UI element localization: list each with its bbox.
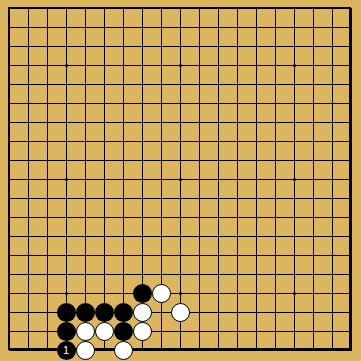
intersection-Q3[interactable] [285,303,304,322]
intersection-F12[interactable] [95,132,114,151]
intersection-D13[interactable] [57,113,76,132]
intersection-F11[interactable] [95,151,114,170]
intersection-D6[interactable] [57,246,76,265]
intersection-P13[interactable] [266,113,285,132]
intersection-R15[interactable] [304,75,323,94]
intersection-C8[interactable] [38,208,57,227]
intersection-Q14[interactable] [285,94,304,113]
intersection-E14[interactable] [76,94,95,113]
intersection-E15[interactable] [76,75,95,94]
intersection-B18[interactable] [19,18,38,37]
intersection-H8[interactable] [133,208,152,227]
intersection-G2[interactable] [114,322,133,341]
intersection-Q18[interactable] [285,18,304,37]
intersection-O16[interactable] [247,56,266,75]
intersection-R16[interactable] [304,56,323,75]
intersection-C4[interactable] [38,284,57,303]
intersection-C9[interactable] [38,189,57,208]
intersection-F9[interactable] [95,189,114,208]
intersection-L18[interactable] [190,18,209,37]
intersection-K17[interactable] [171,37,190,56]
intersection-M1[interactable] [209,341,228,360]
intersection-L16[interactable] [190,56,209,75]
intersection-B3[interactable] [19,303,38,322]
intersection-P15[interactable] [266,75,285,94]
intersection-L19[interactable] [190,0,209,18]
intersection-P17[interactable] [266,37,285,56]
intersection-O17[interactable] [247,37,266,56]
intersection-G13[interactable] [114,113,133,132]
intersection-Q4[interactable] [285,284,304,303]
intersection-S18[interactable] [323,18,342,37]
intersection-M17[interactable] [209,37,228,56]
intersection-L17[interactable] [190,37,209,56]
intersection-D2[interactable] [57,322,76,341]
intersection-H19[interactable] [133,0,152,18]
intersection-R1[interactable] [304,341,323,360]
intersection-E6[interactable] [76,246,95,265]
intersection-A19[interactable] [0,0,19,18]
intersection-F14[interactable] [95,94,114,113]
intersection-Q19[interactable] [285,0,304,18]
intersection-R5[interactable] [304,265,323,284]
intersection-M15[interactable] [209,75,228,94]
intersection-T3[interactable] [342,303,361,322]
intersection-S3[interactable] [323,303,342,322]
intersection-C15[interactable] [38,75,57,94]
intersection-S14[interactable] [323,94,342,113]
intersection-A16[interactable] [0,56,19,75]
intersection-M18[interactable] [209,18,228,37]
intersection-Q17[interactable] [285,37,304,56]
intersection-P8[interactable] [266,208,285,227]
intersection-C19[interactable] [38,0,57,18]
intersection-R2[interactable] [304,322,323,341]
intersection-N19[interactable] [228,0,247,18]
intersection-B19[interactable] [19,0,38,18]
intersection-O12[interactable] [247,132,266,151]
intersection-T1[interactable] [342,341,361,360]
intersection-L8[interactable] [190,208,209,227]
intersection-P6[interactable] [266,246,285,265]
intersection-Q1[interactable] [285,341,304,360]
intersection-P16[interactable] [266,56,285,75]
intersection-R11[interactable] [304,151,323,170]
intersection-O3[interactable] [247,303,266,322]
intersection-J14[interactable] [152,94,171,113]
intersection-R8[interactable] [304,208,323,227]
intersection-S12[interactable] [323,132,342,151]
intersection-N8[interactable] [228,208,247,227]
intersection-N10[interactable] [228,170,247,189]
intersection-N16[interactable] [228,56,247,75]
intersection-C14[interactable] [38,94,57,113]
intersection-R13[interactable] [304,113,323,132]
intersection-N11[interactable] [228,151,247,170]
intersection-L1[interactable] [190,341,209,360]
intersection-O2[interactable] [247,322,266,341]
intersection-B5[interactable] [19,265,38,284]
intersection-L4[interactable] [190,284,209,303]
intersection-F19[interactable] [95,0,114,18]
intersection-B11[interactable] [19,151,38,170]
intersection-C17[interactable] [38,37,57,56]
intersection-E19[interactable] [76,0,95,18]
intersection-N17[interactable] [228,37,247,56]
intersection-G17[interactable] [114,37,133,56]
intersection-A1[interactable] [0,341,19,360]
intersection-M9[interactable] [209,189,228,208]
intersection-B10[interactable] [19,170,38,189]
intersection-S16[interactable] [323,56,342,75]
intersection-B8[interactable] [19,208,38,227]
intersection-A3[interactable] [0,303,19,322]
intersection-E16[interactable] [76,56,95,75]
intersection-N12[interactable] [228,132,247,151]
intersection-G1[interactable] [114,341,133,360]
intersection-P1[interactable] [266,341,285,360]
intersection-G3[interactable] [114,303,133,322]
intersection-L13[interactable] [190,113,209,132]
intersection-C7[interactable] [38,227,57,246]
intersection-N4[interactable] [228,284,247,303]
intersection-O15[interactable] [247,75,266,94]
intersection-J15[interactable] [152,75,171,94]
intersection-O1[interactable] [247,341,266,360]
intersection-J6[interactable] [152,246,171,265]
intersection-E1[interactable] [76,341,95,360]
intersection-J16[interactable] [152,56,171,75]
intersection-A11[interactable] [0,151,19,170]
intersection-N14[interactable] [228,94,247,113]
intersection-M10[interactable] [209,170,228,189]
intersection-A10[interactable] [0,170,19,189]
intersection-T7[interactable] [342,227,361,246]
intersection-N1[interactable] [228,341,247,360]
intersection-M14[interactable] [209,94,228,113]
intersection-P19[interactable] [266,0,285,18]
intersection-H17[interactable] [133,37,152,56]
intersection-H15[interactable] [133,75,152,94]
intersection-B15[interactable] [19,75,38,94]
intersection-E2[interactable] [76,322,95,341]
intersection-A7[interactable] [0,227,19,246]
intersection-N15[interactable] [228,75,247,94]
intersection-G18[interactable] [114,18,133,37]
intersection-T19[interactable] [342,0,361,18]
intersection-B9[interactable] [19,189,38,208]
intersection-F8[interactable] [95,208,114,227]
intersection-G5[interactable] [114,265,133,284]
intersection-K16[interactable] [171,56,190,75]
intersection-L3[interactable] [190,303,209,322]
intersection-M8[interactable] [209,208,228,227]
intersection-B2[interactable] [19,322,38,341]
intersection-M11[interactable] [209,151,228,170]
intersection-H9[interactable] [133,189,152,208]
intersection-E3[interactable] [76,303,95,322]
intersection-Q7[interactable] [285,227,304,246]
intersection-D14[interactable] [57,94,76,113]
intersection-S8[interactable] [323,208,342,227]
intersection-R6[interactable] [304,246,323,265]
intersection-O10[interactable] [247,170,266,189]
intersection-K18[interactable] [171,18,190,37]
intersection-G15[interactable] [114,75,133,94]
intersection-O7[interactable] [247,227,266,246]
intersection-P2[interactable] [266,322,285,341]
intersection-K19[interactable] [171,0,190,18]
intersection-T10[interactable] [342,170,361,189]
intersection-C11[interactable] [38,151,57,170]
intersection-B12[interactable] [19,132,38,151]
intersection-R17[interactable] [304,37,323,56]
intersection-T8[interactable] [342,208,361,227]
intersection-H1[interactable] [133,341,152,360]
intersection-C13[interactable] [38,113,57,132]
intersection-G7[interactable] [114,227,133,246]
intersection-N7[interactable] [228,227,247,246]
intersection-O8[interactable] [247,208,266,227]
intersection-D17[interactable] [57,37,76,56]
intersection-T12[interactable] [342,132,361,151]
intersection-S17[interactable] [323,37,342,56]
intersection-K11[interactable] [171,151,190,170]
intersection-K4[interactable] [171,284,190,303]
intersection-D1[interactable]: 1 [57,341,76,360]
intersection-K1[interactable] [171,341,190,360]
intersection-E18[interactable] [76,18,95,37]
intersection-K9[interactable] [171,189,190,208]
intersection-N6[interactable] [228,246,247,265]
intersection-A2[interactable] [0,322,19,341]
intersection-E12[interactable] [76,132,95,151]
intersection-K12[interactable] [171,132,190,151]
intersection-C12[interactable] [38,132,57,151]
intersection-Q16[interactable] [285,56,304,75]
intersection-M16[interactable] [209,56,228,75]
intersection-L2[interactable] [190,322,209,341]
intersection-E10[interactable] [76,170,95,189]
intersection-S11[interactable] [323,151,342,170]
intersection-P18[interactable] [266,18,285,37]
intersection-G8[interactable] [114,208,133,227]
intersection-A8[interactable] [0,208,19,227]
intersection-J4[interactable] [152,284,171,303]
intersection-R3[interactable] [304,303,323,322]
intersection-D3[interactable] [57,303,76,322]
intersection-R10[interactable] [304,170,323,189]
intersection-A18[interactable] [0,18,19,37]
intersection-T18[interactable] [342,18,361,37]
intersection-P14[interactable] [266,94,285,113]
intersection-B6[interactable] [19,246,38,265]
intersection-S15[interactable] [323,75,342,94]
intersection-F17[interactable] [95,37,114,56]
intersection-S5[interactable] [323,265,342,284]
intersection-S4[interactable] [323,284,342,303]
intersection-C18[interactable] [38,18,57,37]
intersection-K2[interactable] [171,322,190,341]
intersection-D12[interactable] [57,132,76,151]
intersection-D16[interactable] [57,56,76,75]
intersection-J12[interactable] [152,132,171,151]
intersection-L9[interactable] [190,189,209,208]
intersection-J1[interactable] [152,341,171,360]
intersection-C5[interactable] [38,265,57,284]
intersection-M13[interactable] [209,113,228,132]
intersection-A17[interactable] [0,37,19,56]
intersection-G12[interactable] [114,132,133,151]
intersection-J19[interactable] [152,0,171,18]
intersection-O11[interactable] [247,151,266,170]
intersection-C3[interactable] [38,303,57,322]
intersection-F7[interactable] [95,227,114,246]
intersection-F5[interactable] [95,265,114,284]
intersection-H4[interactable] [133,284,152,303]
intersection-J2[interactable] [152,322,171,341]
intersection-D10[interactable] [57,170,76,189]
intersection-C2[interactable] [38,322,57,341]
intersection-T11[interactable] [342,151,361,170]
intersection-Q5[interactable] [285,265,304,284]
intersection-K15[interactable] [171,75,190,94]
intersection-D15[interactable] [57,75,76,94]
intersection-G14[interactable] [114,94,133,113]
intersection-J8[interactable] [152,208,171,227]
intersection-Q9[interactable] [285,189,304,208]
intersection-P10[interactable] [266,170,285,189]
intersection-R4[interactable] [304,284,323,303]
intersection-C16[interactable] [38,56,57,75]
intersection-O5[interactable] [247,265,266,284]
intersection-D9[interactable] [57,189,76,208]
intersection-B7[interactable] [19,227,38,246]
intersection-A9[interactable] [0,189,19,208]
intersection-G11[interactable] [114,151,133,170]
intersection-P3[interactable] [266,303,285,322]
intersection-E17[interactable] [76,37,95,56]
intersection-F15[interactable] [95,75,114,94]
intersection-M6[interactable] [209,246,228,265]
intersection-M3[interactable] [209,303,228,322]
intersection-F3[interactable] [95,303,114,322]
intersection-F16[interactable] [95,56,114,75]
intersection-O4[interactable] [247,284,266,303]
intersection-J13[interactable] [152,113,171,132]
intersection-J10[interactable] [152,170,171,189]
intersection-O18[interactable] [247,18,266,37]
intersection-D8[interactable] [57,208,76,227]
intersection-S10[interactable] [323,170,342,189]
intersection-A12[interactable] [0,132,19,151]
intersection-R7[interactable] [304,227,323,246]
intersection-F10[interactable] [95,170,114,189]
intersection-S6[interactable] [323,246,342,265]
intersection-A6[interactable] [0,246,19,265]
intersection-K8[interactable] [171,208,190,227]
intersection-E13[interactable] [76,113,95,132]
intersection-D5[interactable] [57,265,76,284]
intersection-Q15[interactable] [285,75,304,94]
intersection-H11[interactable] [133,151,152,170]
intersection-P9[interactable] [266,189,285,208]
intersection-B17[interactable] [19,37,38,56]
intersection-Q12[interactable] [285,132,304,151]
intersection-Q8[interactable] [285,208,304,227]
intersection-P12[interactable] [266,132,285,151]
intersection-J9[interactable] [152,189,171,208]
intersection-B16[interactable] [19,56,38,75]
intersection-N2[interactable] [228,322,247,341]
intersection-B4[interactable] [19,284,38,303]
intersection-L10[interactable] [190,170,209,189]
intersection-A13[interactable] [0,113,19,132]
intersection-O14[interactable] [247,94,266,113]
intersection-J7[interactable] [152,227,171,246]
intersection-H10[interactable] [133,170,152,189]
intersection-T4[interactable] [342,284,361,303]
intersection-M2[interactable] [209,322,228,341]
intersection-B14[interactable] [19,94,38,113]
intersection-A15[interactable] [0,75,19,94]
intersection-G9[interactable] [114,189,133,208]
intersection-G6[interactable] [114,246,133,265]
intersection-T5[interactable] [342,265,361,284]
intersection-T14[interactable] [342,94,361,113]
intersection-S13[interactable] [323,113,342,132]
intersection-K10[interactable] [171,170,190,189]
intersection-H2[interactable] [133,322,152,341]
intersection-E5[interactable] [76,265,95,284]
intersection-G19[interactable] [114,0,133,18]
intersection-F6[interactable] [95,246,114,265]
intersection-P7[interactable] [266,227,285,246]
intersection-E9[interactable] [76,189,95,208]
intersection-L5[interactable] [190,265,209,284]
intersection-O13[interactable] [247,113,266,132]
intersection-H16[interactable] [133,56,152,75]
intersection-R9[interactable] [304,189,323,208]
intersection-J18[interactable] [152,18,171,37]
intersection-J11[interactable] [152,151,171,170]
intersection-L15[interactable] [190,75,209,94]
intersection-N9[interactable] [228,189,247,208]
intersection-C10[interactable] [38,170,57,189]
intersection-S1[interactable] [323,341,342,360]
intersection-C1[interactable] [38,341,57,360]
intersection-O9[interactable] [247,189,266,208]
intersection-F13[interactable] [95,113,114,132]
intersection-E11[interactable] [76,151,95,170]
intersection-M5[interactable] [209,265,228,284]
intersection-D4[interactable] [57,284,76,303]
intersection-G4[interactable] [114,284,133,303]
intersection-T13[interactable] [342,113,361,132]
intersection-H6[interactable] [133,246,152,265]
intersection-B13[interactable] [19,113,38,132]
intersection-Q2[interactable] [285,322,304,341]
intersection-S9[interactable] [323,189,342,208]
intersection-Q6[interactable] [285,246,304,265]
intersection-K6[interactable] [171,246,190,265]
intersection-Q10[interactable] [285,170,304,189]
intersection-K5[interactable] [171,265,190,284]
intersection-L7[interactable] [190,227,209,246]
intersection-R14[interactable] [304,94,323,113]
intersection-T2[interactable] [342,322,361,341]
intersection-E4[interactable] [76,284,95,303]
